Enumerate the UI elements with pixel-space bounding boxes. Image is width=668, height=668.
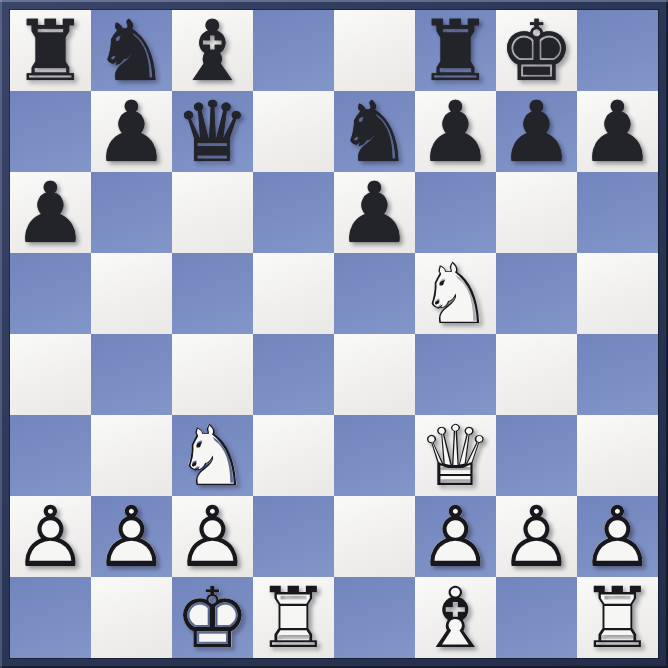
square-h2[interactable]: ♟♙ [577,496,658,577]
piece-black-pawn[interactable]: ♟ [10,172,91,253]
square-c7[interactable]: ♛ [172,91,253,172]
square-h7[interactable]: ♟ [577,91,658,172]
square-b7[interactable]: ♟ [91,91,172,172]
square-g8[interactable]: ♚ [496,10,577,91]
square-a2[interactable]: ♟♙ [10,496,91,577]
piece-glyph-fill: ♛ [172,91,253,172]
piece-white-rook[interactable]: ♜♖ [253,577,334,658]
square-c3[interactable]: ♞♘ [172,415,253,496]
piece-glyph-outline: ♙ [496,496,577,577]
piece-black-king[interactable]: ♚ [496,10,577,91]
piece-white-king[interactable]: ♚♔ [172,577,253,658]
square-e4[interactable] [334,334,415,415]
piece-glyph-outline: ♘ [172,415,253,496]
square-g7[interactable]: ♟ [496,91,577,172]
square-b3[interactable] [91,415,172,496]
square-d3[interactable] [253,415,334,496]
piece-glyph-fill: ♟ [415,91,496,172]
square-a4[interactable] [10,334,91,415]
square-f8[interactable]: ♜ [415,10,496,91]
piece-glyph-fill: ♞ [334,91,415,172]
piece-black-queen[interactable]: ♛ [172,91,253,172]
square-e7[interactable]: ♞ [334,91,415,172]
square-e8[interactable] [334,10,415,91]
square-c5[interactable] [172,253,253,334]
piece-glyph-fill: ♟ [577,91,658,172]
piece-glyph-outline: ♗ [415,577,496,658]
piece-glyph-outline: ♙ [10,496,91,577]
square-d4[interactable] [253,334,334,415]
square-e2[interactable] [334,496,415,577]
piece-white-pawn[interactable]: ♟♙ [415,496,496,577]
piece-white-pawn[interactable]: ♟♙ [91,496,172,577]
piece-glyph-outline: ♖ [577,577,658,658]
board-frame: ♜♞♝♜♚♟♛♞♟♟♟♟♟♞♘♞♘♛♕♟♙♟♙♟♙♟♙♟♙♟♙♚♔♜♖♝♗♜♖ [0,0,668,668]
piece-white-pawn[interactable]: ♟♙ [496,496,577,577]
piece-glyph-fill: ♟ [334,172,415,253]
square-f7[interactable]: ♟ [415,91,496,172]
square-d5[interactable] [253,253,334,334]
square-h3[interactable] [577,415,658,496]
square-b6[interactable] [91,172,172,253]
square-b4[interactable] [91,334,172,415]
square-b5[interactable] [91,253,172,334]
square-h6[interactable] [577,172,658,253]
chess-board: ♜♞♝♜♚♟♛♞♟♟♟♟♟♞♘♞♘♛♕♟♙♟♙♟♙♟♙♟♙♟♙♚♔♜♖♝♗♜♖ [10,10,658,658]
square-g6[interactable] [496,172,577,253]
square-e6[interactable]: ♟ [334,172,415,253]
square-c1[interactable]: ♚♔ [172,577,253,658]
piece-glyph-fill: ♟ [91,91,172,172]
piece-glyph-fill: ♜ [415,10,496,91]
piece-white-rook[interactable]: ♜♖ [577,577,658,658]
square-h4[interactable] [577,334,658,415]
square-h8[interactable] [577,10,658,91]
square-g4[interactable] [496,334,577,415]
piece-glyph-fill: ♚ [496,10,577,91]
square-c2[interactable]: ♟♙ [172,496,253,577]
square-d6[interactable] [253,172,334,253]
piece-glyph-outline: ♔ [172,577,253,658]
square-a1[interactable] [10,577,91,658]
piece-glyph-outline: ♘ [415,253,496,334]
piece-glyph-fill: ♝ [172,10,253,91]
piece-black-rook[interactable]: ♜ [10,10,91,91]
square-a5[interactable] [10,253,91,334]
square-e5[interactable] [334,253,415,334]
square-g3[interactable] [496,415,577,496]
piece-glyph-outline: ♙ [172,496,253,577]
piece-white-knight[interactable]: ♞♘ [172,415,253,496]
square-g2[interactable]: ♟♙ [496,496,577,577]
square-f2[interactable]: ♟♙ [415,496,496,577]
square-a6[interactable]: ♟ [10,172,91,253]
square-f3[interactable]: ♛♕ [415,415,496,496]
piece-black-rook[interactable]: ♜ [415,10,496,91]
piece-black-knight[interactable]: ♞ [334,91,415,172]
square-g5[interactable] [496,253,577,334]
square-f5[interactable]: ♞♘ [415,253,496,334]
square-c6[interactable] [172,172,253,253]
piece-glyph-fill: ♟ [496,91,577,172]
square-d1[interactable]: ♜♖ [253,577,334,658]
piece-white-queen[interactable]: ♛♕ [415,415,496,496]
piece-black-pawn[interactable]: ♟ [91,91,172,172]
square-h1[interactable]: ♜♖ [577,577,658,658]
piece-glyph-outline: ♕ [415,415,496,496]
square-a8[interactable]: ♜ [10,10,91,91]
square-d7[interactable] [253,91,334,172]
piece-glyph-fill: ♟ [10,172,91,253]
piece-glyph-outline: ♙ [91,496,172,577]
piece-glyph-fill: ♜ [10,10,91,91]
square-e1[interactable] [334,577,415,658]
square-b1[interactable] [91,577,172,658]
piece-black-pawn[interactable]: ♟ [496,91,577,172]
square-a3[interactable] [10,415,91,496]
piece-black-pawn[interactable]: ♟ [415,91,496,172]
square-g1[interactable] [496,577,577,658]
piece-black-pawn[interactable]: ♟ [334,172,415,253]
piece-glyph-fill: ♞ [91,10,172,91]
square-c8[interactable]: ♝ [172,10,253,91]
piece-glyph-outline: ♙ [577,496,658,577]
piece-glyph-outline: ♙ [415,496,496,577]
square-b8[interactable]: ♞ [91,10,172,91]
square-f1[interactable]: ♝♗ [415,577,496,658]
piece-white-bishop[interactable]: ♝♗ [415,577,496,658]
piece-glyph-outline: ♖ [253,577,334,658]
square-a7[interactable] [10,91,91,172]
square-f6[interactable] [415,172,496,253]
piece-white-pawn[interactable]: ♟♙ [577,496,658,577]
piece-white-pawn[interactable]: ♟♙ [10,496,91,577]
piece-white-knight[interactable]: ♞♘ [415,253,496,334]
piece-black-pawn[interactable]: ♟ [577,91,658,172]
piece-black-knight[interactable]: ♞ [91,10,172,91]
square-f4[interactable] [415,334,496,415]
square-c4[interactable] [172,334,253,415]
square-h5[interactable] [577,253,658,334]
piece-white-pawn[interactable]: ♟♙ [172,496,253,577]
square-b2[interactable]: ♟♙ [91,496,172,577]
square-d8[interactable] [253,10,334,91]
square-d2[interactable] [253,496,334,577]
square-e3[interactable] [334,415,415,496]
piece-black-bishop[interactable]: ♝ [172,10,253,91]
